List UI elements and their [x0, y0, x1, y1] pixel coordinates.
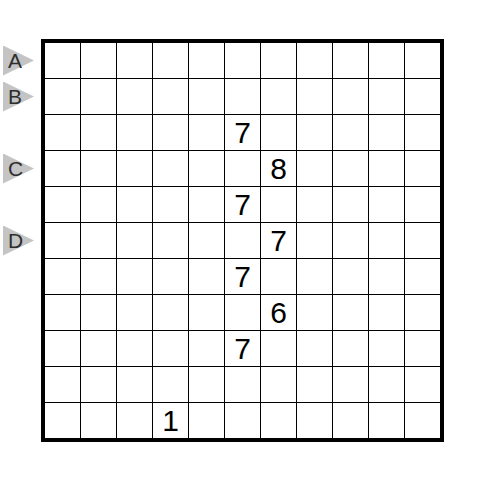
cell-r9c11[interactable] [405, 331, 440, 366]
cell-r5c8[interactable] [297, 187, 332, 222]
cell-r8c8[interactable] [297, 295, 332, 330]
cell-r6c1[interactable] [45, 223, 80, 258]
cell-r6c11[interactable] [405, 223, 440, 258]
cell-r3c3[interactable] [117, 115, 152, 150]
cell-r8c4[interactable] [153, 295, 188, 330]
cell-r1c8[interactable] [297, 43, 332, 78]
row-marker-C: C [3, 154, 34, 184]
cell-r8c9[interactable] [333, 295, 368, 330]
cell-r11c5[interactable] [189, 403, 224, 438]
cell-r10c5[interactable] [189, 367, 224, 402]
row-marker-label: A [8, 49, 22, 70]
cell-r2c5[interactable] [189, 79, 224, 114]
row-marker-label: C [8, 157, 23, 178]
cell-r8c6[interactable] [225, 295, 260, 330]
row-marker-B: B [3, 82, 34, 112]
cell-r6c2[interactable] [81, 223, 116, 258]
cell-r9c10[interactable] [369, 331, 404, 366]
cell-r6c6[interactable] [225, 223, 260, 258]
cell-r3c4[interactable] [153, 115, 188, 150]
cell-r8c11[interactable] [405, 295, 440, 330]
cell-r1c1[interactable] [45, 43, 80, 78]
cell-r9c9[interactable] [333, 331, 368, 366]
cell-r3c7[interactable] [261, 115, 296, 150]
cell-r5c7[interactable] [261, 187, 296, 222]
cell-r2c1[interactable] [45, 79, 80, 114]
cell-r10c9[interactable] [333, 367, 368, 402]
cell-r11c1[interactable] [45, 403, 80, 438]
cell-r2c10[interactable] [369, 79, 404, 114]
cell-r7c10[interactable] [369, 259, 404, 294]
cell-r7c7[interactable] [261, 259, 296, 294]
cell-r3c9[interactable] [333, 115, 368, 150]
cell-r5c4[interactable] [153, 187, 188, 222]
cell-r4c5[interactable] [189, 151, 224, 186]
cell-r8c3[interactable] [117, 295, 152, 330]
cell-r11c7[interactable] [261, 403, 296, 438]
cell-r7c3[interactable] [117, 259, 152, 294]
cell-r4c10[interactable] [369, 151, 404, 186]
cell-r2c11[interactable] [405, 79, 440, 114]
cell-r6c9[interactable] [333, 223, 368, 258]
cell-r11c3[interactable] [117, 403, 152, 438]
cell-r6c4[interactable] [153, 223, 188, 258]
cell-r8c10[interactable] [369, 295, 404, 330]
cell-r1c9[interactable] [333, 43, 368, 78]
cell-r1c3[interactable] [117, 43, 152, 78]
cell-r3c8[interactable] [297, 115, 332, 150]
cell-r11c8[interactable] [297, 403, 332, 438]
cell-r9c7[interactable] [261, 331, 296, 366]
cell-r7c9[interactable] [333, 259, 368, 294]
cell-r4c6[interactable] [225, 151, 260, 186]
cell-r8c5[interactable] [189, 295, 224, 330]
row-marker-label: D [8, 229, 23, 250]
cell-r1c11[interactable] [405, 43, 440, 78]
cell-r2c9[interactable] [333, 79, 368, 114]
cell-r9c2[interactable] [81, 331, 116, 366]
cell-r5c3[interactable] [117, 187, 152, 222]
cell-r10c7[interactable] [261, 367, 296, 402]
cell-r5c9[interactable] [333, 187, 368, 222]
cell-r4c8[interactable] [297, 151, 332, 186]
cell-r5c11[interactable] [405, 187, 440, 222]
cell-r1c10[interactable] [369, 43, 404, 78]
cell-r6c10[interactable] [369, 223, 404, 258]
cell-r6c8[interactable] [297, 223, 332, 258]
cell-r7c4[interactable] [153, 259, 188, 294]
cell-r4c4[interactable] [153, 151, 188, 186]
row-marker-A: A [3, 46, 34, 76]
cell-r3c1[interactable] [45, 115, 80, 150]
row-marker-label: B [8, 85, 22, 106]
cell-r1c4[interactable] [153, 43, 188, 78]
cell-r3c10[interactable] [369, 115, 404, 150]
cell-r2c2[interactable] [81, 79, 116, 114]
cell-r2c6[interactable] [225, 79, 260, 114]
cell-r3c11[interactable] [405, 115, 440, 150]
cell-r3c5[interactable] [189, 115, 224, 150]
clue-cell-r3c6: 7 [225, 115, 260, 150]
clue-cell-r6c7: 7 [261, 223, 296, 258]
cell-r5c2[interactable] [81, 187, 116, 222]
cell-r9c5[interactable] [189, 331, 224, 366]
cell-r8c1[interactable] [45, 295, 80, 330]
cell-r9c8[interactable] [297, 331, 332, 366]
row-marker-D: D [3, 226, 34, 256]
clue-cell-r11c4: 1 [153, 403, 188, 438]
cell-r7c8[interactable] [297, 259, 332, 294]
cell-r11c10[interactable] [369, 403, 404, 438]
cell-r7c1[interactable] [45, 259, 80, 294]
cell-r5c10[interactable] [369, 187, 404, 222]
cell-r2c7[interactable] [261, 79, 296, 114]
cell-r11c2[interactable] [81, 403, 116, 438]
cell-r6c3[interactable] [117, 223, 152, 258]
clue-cell-r8c7: 6 [261, 295, 296, 330]
cell-r10c1[interactable] [45, 367, 80, 402]
cell-r11c9[interactable] [333, 403, 368, 438]
cell-r4c2[interactable] [81, 151, 116, 186]
cell-r10c3[interactable] [117, 367, 152, 402]
cell-r3c2[interactable] [81, 115, 116, 150]
cell-r11c6[interactable] [225, 403, 260, 438]
cell-r2c8[interactable] [297, 79, 332, 114]
cell-r4c3[interactable] [117, 151, 152, 186]
puzzle-canvas: 78777671 ABCD [0, 0, 486, 482]
cell-r4c9[interactable] [333, 151, 368, 186]
cell-r7c2[interactable] [81, 259, 116, 294]
clue-cell-r4c7: 8 [261, 151, 296, 186]
cell-r2c3[interactable] [117, 79, 152, 114]
puzzle-grid: 78777671 [41, 39, 444, 442]
cell-r5c5[interactable] [189, 187, 224, 222]
cell-r1c7[interactable] [261, 43, 296, 78]
cell-r7c11[interactable] [405, 259, 440, 294]
cell-r1c6[interactable] [225, 43, 260, 78]
cell-r10c8[interactable] [297, 367, 332, 402]
cell-r11c11[interactable] [405, 403, 440, 438]
cell-r9c1[interactable] [45, 331, 80, 366]
cell-r2c4[interactable] [153, 79, 188, 114]
cell-r4c11[interactable] [405, 151, 440, 186]
cell-r9c3[interactable] [117, 331, 152, 366]
cell-r10c2[interactable] [81, 367, 116, 402]
cell-r5c1[interactable] [45, 187, 80, 222]
clue-cell-r7c6: 7 [225, 259, 260, 294]
cell-r7c5[interactable] [189, 259, 224, 294]
cell-r9c4[interactable] [153, 331, 188, 366]
clue-cell-r5c6: 7 [225, 187, 260, 222]
cell-r4c1[interactable] [45, 151, 80, 186]
cell-r10c4[interactable] [153, 367, 188, 402]
cell-r10c6[interactable] [225, 367, 260, 402]
clue-cell-r9c6: 7 [225, 331, 260, 366]
cell-r10c11[interactable] [405, 367, 440, 402]
cell-r8c2[interactable] [81, 295, 116, 330]
cell-r1c5[interactable] [189, 43, 224, 78]
cell-r1c2[interactable] [81, 43, 116, 78]
cell-r6c5[interactable] [189, 223, 224, 258]
cell-r10c10[interactable] [369, 367, 404, 402]
